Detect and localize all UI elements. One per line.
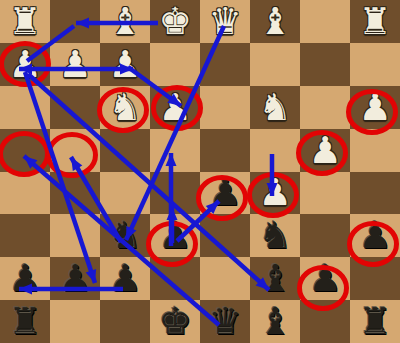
square-h7[interactable]: ♟ [0, 257, 50, 300]
piece-black-P-h7[interactable]: ♟ [0, 257, 50, 300]
square-g4[interactable] [50, 129, 100, 172]
square-c2[interactable] [250, 43, 300, 86]
square-c3[interactable]: ♞ [250, 86, 300, 129]
piece-black-Q-d8[interactable]: ♛ [200, 300, 250, 343]
square-a4[interactable] [350, 129, 400, 172]
square-b5[interactable] [300, 172, 350, 215]
square-d8[interactable]: ♛ [200, 300, 250, 343]
square-f7[interactable]: ♟ [100, 257, 150, 300]
square-g3[interactable] [50, 86, 100, 129]
square-d3[interactable] [200, 86, 250, 129]
square-f3[interactable]: ♞ [100, 86, 150, 129]
square-g8[interactable] [50, 300, 100, 343]
piece-white-P-c5[interactable]: ♟ [250, 172, 300, 215]
square-g6[interactable] [50, 214, 100, 257]
piece-black-P-g7[interactable]: ♟ [50, 257, 100, 300]
piece-white-N-c3[interactable]: ♞ [250, 86, 300, 129]
piece-black-P-b7[interactable]: ♟ [300, 257, 350, 300]
square-h4[interactable] [0, 129, 50, 172]
square-h2[interactable]: ♟ [0, 43, 50, 86]
square-h6[interactable] [0, 214, 50, 257]
square-c5[interactable]: ♟ [250, 172, 300, 215]
square-c7[interactable]: ♝ [250, 257, 300, 300]
piece-white-P-h2[interactable]: ♟ [0, 43, 50, 86]
square-e1[interactable]: ♚ [150, 0, 200, 43]
square-e7[interactable] [150, 257, 200, 300]
piece-black-P-e6[interactable]: ♟ [150, 214, 200, 257]
piece-black-P-f7[interactable]: ♟ [100, 257, 150, 300]
square-h8[interactable]: ♜ [0, 300, 50, 343]
square-h1[interactable]: ♜ [0, 0, 50, 43]
square-c4[interactable] [250, 129, 300, 172]
piece-black-R-h8[interactable]: ♜ [0, 300, 50, 343]
square-a7[interactable] [350, 257, 400, 300]
square-c1[interactable]: ♝ [250, 0, 300, 43]
square-b8[interactable] [300, 300, 350, 343]
square-d5[interactable]: ♟ [200, 172, 250, 215]
square-b6[interactable] [300, 214, 350, 257]
square-g5[interactable] [50, 172, 100, 215]
square-f1[interactable]: ♝ [100, 0, 150, 43]
square-d1[interactable]: ♛ [200, 0, 250, 43]
square-a1[interactable]: ♜ [350, 0, 400, 43]
square-f4[interactable] [100, 129, 150, 172]
piece-white-Q-d1[interactable]: ♛ [200, 0, 250, 43]
square-b7[interactable]: ♟ [300, 257, 350, 300]
square-f2[interactable]: ♟ [100, 43, 150, 86]
square-c8[interactable]: ♝ [250, 300, 300, 343]
piece-white-R-a1[interactable]: ♜ [350, 0, 400, 43]
square-e8[interactable]: ♚ [150, 300, 200, 343]
piece-black-R-a8[interactable]: ♜ [350, 300, 400, 343]
square-g2[interactable]: ♟ [50, 43, 100, 86]
piece-white-R-h1[interactable]: ♜ [0, 0, 50, 43]
piece-white-B-c1[interactable]: ♝ [250, 0, 300, 43]
square-f6[interactable]: ♞ [100, 214, 150, 257]
square-a2[interactable] [350, 43, 400, 86]
square-d2[interactable] [200, 43, 250, 86]
piece-white-P-g2[interactable]: ♟ [50, 43, 100, 86]
square-a6[interactable]: ♟ [350, 214, 400, 257]
square-f5[interactable] [100, 172, 150, 215]
piece-black-B-c8[interactable]: ♝ [250, 300, 300, 343]
square-g1[interactable] [50, 0, 100, 43]
square-e6[interactable]: ♟ [150, 214, 200, 257]
piece-black-P-d5[interactable]: ♟ [200, 172, 250, 215]
piece-black-B-c7[interactable]: ♝ [250, 257, 300, 300]
square-e5[interactable] [150, 172, 200, 215]
square-c6[interactable]: ♞ [250, 214, 300, 257]
square-a8[interactable]: ♜ [350, 300, 400, 343]
square-b1[interactable] [300, 0, 350, 43]
piece-white-P-f2[interactable]: ♟ [100, 43, 150, 86]
square-b3[interactable] [300, 86, 350, 129]
square-h3[interactable] [0, 86, 50, 129]
chess-board[interactable]: ♜♝♚♛♝♜♟♟♟♞♟♞♟♟♟♟♞♟♞♟♟♟♟♝♟♜♚♛♝♜ [0, 0, 400, 343]
square-a3[interactable]: ♟ [350, 86, 400, 129]
piece-white-P-e3[interactable]: ♟ [150, 86, 200, 129]
piece-white-N-f3[interactable]: ♞ [100, 86, 150, 129]
square-h5[interactable] [0, 172, 50, 215]
piece-white-P-a3[interactable]: ♟ [350, 86, 400, 129]
square-d4[interactable] [200, 129, 250, 172]
square-e4[interactable] [150, 129, 200, 172]
square-e3[interactable]: ♟ [150, 86, 200, 129]
chess-annotation-screen: ♜♝♚♛♝♜♟♟♟♞♟♞♟♟♟♟♞♟♞♟♟♟♟♝♟♜♚♛♝♜ [0, 0, 400, 343]
square-e2[interactable] [150, 43, 200, 86]
square-d6[interactable] [200, 214, 250, 257]
square-d7[interactable] [200, 257, 250, 300]
square-b2[interactable] [300, 43, 350, 86]
square-g7[interactable]: ♟ [50, 257, 100, 300]
piece-white-P-b4[interactable]: ♟ [300, 129, 350, 172]
piece-black-N-c6[interactable]: ♞ [250, 214, 300, 257]
piece-white-B-f1[interactable]: ♝ [100, 0, 150, 43]
square-b4[interactable]: ♟ [300, 129, 350, 172]
square-a5[interactable] [350, 172, 400, 215]
piece-white-K-e1[interactable]: ♚ [150, 0, 200, 43]
square-f8[interactable] [100, 300, 150, 343]
piece-black-P-a6[interactable]: ♟ [350, 214, 400, 257]
piece-black-N-f6[interactable]: ♞ [100, 214, 150, 257]
piece-black-K-e8[interactable]: ♚ [150, 300, 200, 343]
